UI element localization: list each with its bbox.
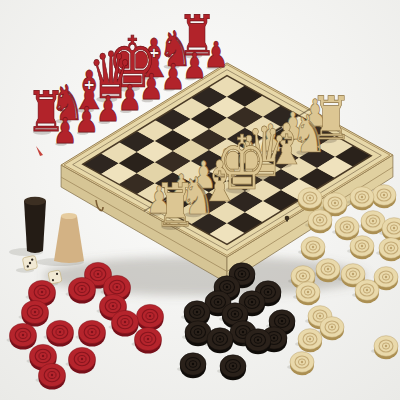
checker-white	[355, 280, 379, 304]
checker-white	[296, 282, 320, 306]
checker-black	[207, 328, 233, 353]
checker-red	[22, 300, 49, 326]
checker-white	[320, 317, 344, 341]
checker-white	[301, 237, 325, 261]
chess-piece-red-pawn: ♟	[204, 34, 229, 74]
checker-white	[374, 336, 398, 360]
board-scene: ♜♞♟♝♟♚♟♛♟♝♟♞♟♟♜♟♟♜♟♟♞♟♝♟♛♟♚♟♝♟♞♜	[0, 0, 400, 400]
checker-red	[39, 363, 66, 389]
checker-white	[372, 185, 396, 209]
games-compendium-photo: ♜♞♟♝♟♚♟♛♟♝♟♞♟♟♜♟♟♜♟♟♞♟♝♟♛♟♚♟♝♟♞♜	[0, 0, 400, 400]
checker-red	[135, 327, 162, 353]
checker-white	[298, 329, 322, 353]
checker-white	[290, 352, 314, 376]
keyhole-slot	[286, 218, 288, 222]
checker-red	[79, 320, 106, 346]
chess-piece-red-pawn: ♟	[74, 100, 99, 140]
chess-piece-red-pawn: ♟	[161, 56, 186, 96]
checker-white	[350, 187, 374, 211]
checker-red	[137, 304, 164, 330]
checker-white	[308, 210, 332, 234]
chess-piece-red-pawn: ♟	[53, 111, 78, 151]
chess-piece-red-pawn: ♟	[182, 45, 207, 85]
checker-red	[47, 320, 74, 346]
checker-white	[298, 188, 322, 212]
chess-piece-red-pawn: ♟	[96, 89, 121, 129]
checker-red	[112, 310, 139, 336]
die	[22, 255, 37, 270]
checker-black	[220, 355, 246, 380]
boxwood-dice-cup-top	[61, 213, 77, 219]
chess-piece-white-rook: ♜	[154, 171, 196, 240]
chess-piece-red-pawn: ♟	[139, 67, 164, 107]
checker-white	[350, 236, 374, 260]
checker-red	[69, 277, 96, 303]
checker-white	[379, 238, 400, 262]
checker-black	[180, 353, 206, 378]
black-dice-cup	[24, 199, 46, 253]
black-dice-cup-top	[24, 197, 46, 205]
chess-piece-red-pawn: ♟	[117, 78, 142, 118]
checker-red	[69, 347, 96, 373]
checker-white	[361, 211, 385, 235]
die	[48, 270, 62, 284]
checker-white	[316, 259, 340, 283]
checker-white	[335, 217, 359, 241]
checker-black	[245, 329, 271, 354]
checker-red	[10, 323, 37, 349]
